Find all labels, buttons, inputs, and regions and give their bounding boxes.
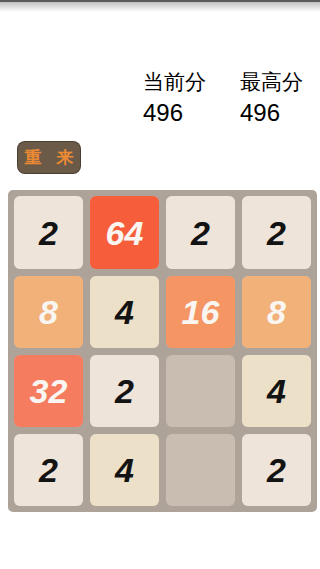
tile-2: 2: [14, 196, 83, 268]
board[interactable]: 26422841683224242: [8, 190, 317, 512]
current-score-label: 当前分: [143, 70, 206, 93]
cell-r3c1: 32: [14, 355, 83, 427]
tile-8: 8: [242, 276, 311, 348]
current-score-value: 496: [143, 100, 206, 126]
cell-r4c3: [166, 434, 235, 506]
cell-r4c2: 4: [90, 434, 159, 506]
status-bar-shadow: [0, 2, 320, 12]
cell-r3c3: [166, 355, 235, 427]
tile-2: 2: [14, 434, 83, 506]
cell-r2c1: 8: [14, 276, 83, 348]
cell-r1c4: 2: [242, 196, 311, 268]
restart-button[interactable]: 重来: [17, 141, 81, 174]
cell-r2c2: 4: [90, 276, 159, 348]
cell-r2c4: 8: [242, 276, 311, 348]
tile-16: 16: [166, 276, 235, 348]
restart-button-label: 重来: [25, 146, 89, 169]
cell-r3c4: 4: [242, 355, 311, 427]
tile-4: 4: [90, 276, 159, 348]
tile-2: 2: [242, 196, 311, 268]
cell-r1c3: 2: [166, 196, 235, 268]
cell-r1c1: 2: [14, 196, 83, 268]
score-panel: 当前分 496 最高分 496: [0, 12, 320, 126]
cell-r1c2: 64: [90, 196, 159, 268]
tile-4: 4: [242, 355, 311, 427]
cell-r3c2: 2: [90, 355, 159, 427]
tile-8: 8: [14, 276, 83, 348]
cell-r4c1: 2: [14, 434, 83, 506]
current-score-block: 当前分 496: [143, 70, 206, 126]
tile-64: 64: [90, 196, 159, 268]
tile-4: 4: [90, 434, 159, 506]
best-score-block: 最高分 496: [240, 70, 303, 126]
tile-2: 2: [166, 196, 235, 268]
tile-2: 2: [90, 355, 159, 427]
tile-32: 32: [14, 355, 83, 427]
cell-r4c4: 2: [242, 434, 311, 506]
tile-2: 2: [242, 434, 311, 506]
best-score-label: 最高分: [240, 70, 303, 93]
cell-r2c3: 16: [166, 276, 235, 348]
best-score-value: 496: [240, 100, 303, 126]
